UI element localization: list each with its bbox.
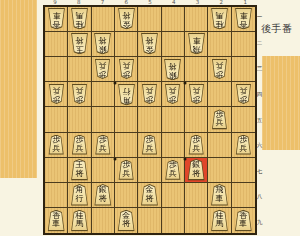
board-cell-9六[interactable]: 歩兵 bbox=[45, 133, 68, 158]
board-cell-9八[interactable] bbox=[45, 183, 68, 208]
shogi-piece-sente[interactable]: 王将 bbox=[70, 159, 89, 181]
board-cell-2一[interactable]: 桂馬 bbox=[208, 7, 231, 32]
board-cell-7五[interactable] bbox=[92, 107, 115, 132]
board-cell-7三[interactable]: 歩兵 bbox=[92, 57, 115, 82]
shogi-piece-sente[interactable]: 桂馬 bbox=[210, 210, 229, 232]
board-cell-9四[interactable]: 歩兵 bbox=[45, 82, 68, 107]
shogi-board[interactable]: 香車桂馬金将桂馬香車玉将銀将金将飛車歩兵歩兵銀将歩兵歩兵歩兵角行歩兵歩兵歩兵歩兵… bbox=[43, 5, 257, 235]
board-cell-2五[interactable]: 歩兵 bbox=[208, 107, 231, 132]
board-cell-4一[interactable] bbox=[162, 7, 185, 32]
shogi-piece-gote[interactable]: 銀将 bbox=[163, 59, 182, 81]
shogi-piece-sente[interactable]: 歩兵 bbox=[188, 135, 205, 155]
board-cell-9七[interactable] bbox=[45, 158, 68, 183]
rank-label: 一 bbox=[256, 5, 263, 31]
hoshi-point bbox=[114, 82, 117, 85]
board-cell-4三[interactable]: 銀将 bbox=[162, 57, 185, 82]
board-cell-1二[interactable] bbox=[232, 32, 255, 57]
board-cell-3八[interactable] bbox=[185, 183, 208, 208]
board-cell-4六[interactable] bbox=[162, 133, 185, 158]
rank-label: 八 bbox=[256, 184, 263, 210]
board-cell-3六[interactable]: 歩兵 bbox=[185, 133, 208, 158]
board-cell-3三[interactable] bbox=[185, 57, 208, 82]
shogi-piece-gote[interactable]: 玉将 bbox=[70, 33, 89, 55]
hoshi-point bbox=[184, 82, 187, 85]
shogi-piece-gote[interactable]: 桂馬 bbox=[210, 8, 229, 30]
shogi-piece-gote[interactable]: 歩兵 bbox=[188, 84, 205, 104]
board-cell-7一[interactable] bbox=[92, 7, 115, 32]
board-cell-2三[interactable]: 歩兵 bbox=[208, 57, 231, 82]
shogi-piece-sente[interactable]: 歩兵 bbox=[141, 135, 158, 155]
shogi-piece-sente[interactable]: 飛車 bbox=[210, 184, 229, 206]
board-cell-2四[interactable] bbox=[208, 82, 231, 107]
shogi-piece-sente[interactable]: 角行 bbox=[70, 184, 89, 206]
board-cell-7二[interactable]: 銀将 bbox=[92, 32, 115, 57]
board-cell-4二[interactable] bbox=[162, 32, 185, 57]
board-cell-4七[interactable]: 歩兵 bbox=[162, 158, 185, 183]
shogi-piece-sente[interactable]: 金将 bbox=[140, 184, 159, 206]
board-cell-7四[interactable] bbox=[92, 82, 115, 107]
board-cell-7七[interactable] bbox=[92, 158, 115, 183]
board-cell-6三[interactable]: 歩兵 bbox=[115, 57, 138, 82]
board-cell-1九[interactable]: 香車 bbox=[232, 208, 255, 233]
shogi-piece-gote[interactable]: 歩兵 bbox=[94, 59, 111, 79]
board-cell-6五[interactable] bbox=[115, 107, 138, 132]
board-cell-3七[interactable]: 銀将 bbox=[185, 158, 208, 183]
board-cell-6二[interactable] bbox=[115, 32, 138, 57]
rank-label: 三 bbox=[256, 56, 263, 82]
board-cell-6七[interactable]: 歩兵 bbox=[115, 158, 138, 183]
board-cell-7九[interactable] bbox=[92, 208, 115, 233]
shogi-piece-gote[interactable]: 歩兵 bbox=[141, 84, 158, 104]
board-cell-6六[interactable] bbox=[115, 133, 138, 158]
board-cell-6四[interactable]: 角行 bbox=[115, 82, 138, 107]
board-cell-5二[interactable]: 金将 bbox=[138, 32, 161, 57]
captured-pieces-tray-right bbox=[262, 56, 300, 150]
shogi-piece-sente[interactable]: 歩兵 bbox=[118, 160, 135, 180]
shogi-piece-sente[interactable]: 銀将 bbox=[187, 159, 206, 181]
shogi-piece-gote[interactable]: 香車 bbox=[47, 8, 66, 30]
shogi-piece-gote[interactable]: 歩兵 bbox=[71, 84, 88, 104]
board-cell-5三[interactable] bbox=[138, 57, 161, 82]
board-cell-2七[interactable] bbox=[208, 158, 231, 183]
board-cell-2二[interactable] bbox=[208, 32, 231, 57]
shogi-piece-sente[interactable]: 歩兵 bbox=[48, 135, 65, 155]
board-cell-5九[interactable] bbox=[138, 208, 161, 233]
shogi-piece-sente[interactable]: 歩兵 bbox=[71, 135, 88, 155]
board-cell-3五[interactable] bbox=[185, 107, 208, 132]
shogi-piece-gote[interactable]: 香車 bbox=[234, 8, 253, 30]
board-cell-8六[interactable]: 歩兵 bbox=[68, 133, 91, 158]
board-cell-9三[interactable] bbox=[45, 57, 68, 82]
board-cell-3九[interactable] bbox=[185, 208, 208, 233]
shogi-piece-gote[interactable]: 歩兵 bbox=[118, 59, 135, 79]
shogi-piece-gote[interactable]: 金将 bbox=[140, 33, 159, 55]
board-cell-5七[interactable] bbox=[138, 158, 161, 183]
board-cell-9五[interactable] bbox=[45, 107, 68, 132]
board-cell-6八[interactable] bbox=[115, 183, 138, 208]
board-cell-1六[interactable]: 歩兵 bbox=[232, 133, 255, 158]
rank-label: 六 bbox=[256, 133, 263, 159]
shogi-piece-sente[interactable]: 香車 bbox=[234, 210, 253, 232]
board-cell-7八[interactable]: 銀将 bbox=[92, 183, 115, 208]
board-cell-1四[interactable]: 歩兵 bbox=[232, 82, 255, 107]
board-cell-4五[interactable] bbox=[162, 107, 185, 132]
rank-label: 四 bbox=[256, 82, 263, 108]
shogi-piece-sente[interactable]: 歩兵 bbox=[211, 109, 228, 129]
shogi-piece-gote[interactable]: 歩兵 bbox=[235, 84, 252, 104]
board-cell-3二[interactable]: 飛車 bbox=[185, 32, 208, 57]
board-cell-3四[interactable]: 歩兵 bbox=[185, 82, 208, 107]
board-cell-9二[interactable] bbox=[45, 32, 68, 57]
board-cell-5五[interactable] bbox=[138, 107, 161, 132]
shogi-piece-sente[interactable]: 歩兵 bbox=[94, 135, 111, 155]
board-cell-6九[interactable]: 金将 bbox=[115, 208, 138, 233]
board-cell-1五[interactable] bbox=[232, 107, 255, 132]
board-cell-6一[interactable]: 金将 bbox=[115, 7, 138, 32]
board-cell-4八[interactable] bbox=[162, 183, 185, 208]
shogi-piece-sente[interactable]: 歩兵 bbox=[235, 135, 252, 155]
shogi-piece-gote[interactable]: 歩兵 bbox=[211, 59, 228, 79]
turn-indicator: 後手番 bbox=[261, 22, 300, 36]
shogi-piece-sente[interactable]: 銀将 bbox=[93, 184, 112, 206]
shogi-piece-sente[interactable]: 金将 bbox=[117, 210, 136, 232]
board-cell-5八[interactable]: 金将 bbox=[138, 183, 161, 208]
shogi-piece-sente[interactable]: 桂馬 bbox=[70, 210, 89, 232]
shogi-piece-gote[interactable]: 飛車 bbox=[187, 33, 206, 55]
captured-pieces-tray-left bbox=[0, 0, 37, 178]
board-cell-4四[interactable]: 歩兵 bbox=[162, 82, 185, 107]
shogi-piece-sente[interactable]: 香車 bbox=[47, 210, 66, 232]
board-cell-1七[interactable] bbox=[232, 158, 255, 183]
board-cell-8一[interactable]: 桂馬 bbox=[68, 7, 91, 32]
shogi-piece-gote[interactable]: 歩兵 bbox=[48, 84, 65, 104]
board-cell-9一[interactable]: 香車 bbox=[45, 7, 68, 32]
board-cell-3一[interactable] bbox=[185, 7, 208, 32]
board-cell-4九[interactable] bbox=[162, 208, 185, 233]
board-cell-1八[interactable] bbox=[232, 183, 255, 208]
board-cell-5一[interactable] bbox=[138, 7, 161, 32]
board-cell-2八[interactable]: 飛車 bbox=[208, 183, 231, 208]
shogi-piece-gote[interactable]: 桂馬 bbox=[70, 8, 89, 30]
board-cell-8八[interactable]: 角行 bbox=[68, 183, 91, 208]
board-cell-5六[interactable]: 歩兵 bbox=[138, 133, 161, 158]
board-cell-1一[interactable]: 香車 bbox=[232, 7, 255, 32]
rank-label: 二 bbox=[256, 31, 263, 57]
board-cell-7六[interactable]: 歩兵 bbox=[92, 133, 115, 158]
board-cell-8三[interactable] bbox=[68, 57, 91, 82]
shogi-piece-gote[interactable]: 角行 bbox=[117, 84, 136, 106]
rank-labels: 一二三四五六七八九 bbox=[256, 5, 263, 235]
board-cell-8九[interactable]: 桂馬 bbox=[68, 208, 91, 233]
board-cell-5四[interactable]: 歩兵 bbox=[138, 82, 161, 107]
board-cell-9九[interactable]: 香車 bbox=[45, 208, 68, 233]
rank-label: 九 bbox=[256, 210, 263, 236]
board-cell-2九[interactable]: 桂馬 bbox=[208, 208, 231, 233]
shogi-piece-gote[interactable]: 銀将 bbox=[93, 33, 112, 55]
board-cell-8七[interactable]: 王将 bbox=[68, 158, 91, 183]
board-cell-2六[interactable] bbox=[208, 133, 231, 158]
hoshi-point bbox=[114, 158, 117, 161]
board-cell-8二[interactable]: 玉将 bbox=[68, 32, 91, 57]
board-cell-1三[interactable] bbox=[232, 57, 255, 82]
shogi-piece-sente[interactable]: 歩兵 bbox=[164, 160, 181, 180]
board-cell-8五[interactable] bbox=[68, 107, 91, 132]
shogi-piece-gote[interactable]: 金将 bbox=[117, 8, 136, 30]
rank-label: 七 bbox=[256, 158, 263, 184]
rank-label: 五 bbox=[256, 107, 263, 133]
shogi-piece-gote[interactable]: 歩兵 bbox=[164, 84, 181, 104]
board-cell-8四[interactable]: 歩兵 bbox=[68, 82, 91, 107]
hoshi-point bbox=[184, 158, 187, 161]
